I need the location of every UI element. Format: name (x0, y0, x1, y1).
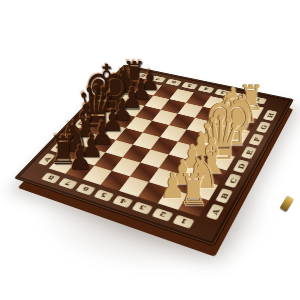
file-label-H: H (265, 112, 275, 118)
file-label-G: G (258, 124, 268, 130)
file-label-C: C (65, 132, 75, 138)
rank-label-6: 6 (170, 80, 178, 85)
rank-label-5: 5 (99, 192, 109, 200)
rank-label-6: 6 (81, 186, 91, 194)
file-label-A: A (209, 208, 221, 216)
file-label-H: H (115, 80, 124, 85)
rank-label-7: 7 (63, 180, 73, 187)
rank-label-1: 1 (178, 217, 188, 226)
rank-label-4: 4 (202, 87, 210, 92)
file-label-F: F (97, 100, 106, 104)
file-label-G: G (106, 89, 115, 94)
file-label-F: F (251, 137, 261, 143)
file-label-E: E (244, 149, 254, 155)
file-label-D: D (236, 163, 247, 170)
file-label-C: C (227, 177, 238, 184)
rank-label-7: 7 (154, 77, 162, 82)
rank-label-2: 2 (236, 94, 244, 99)
file-label-A: A (42, 156, 52, 162)
file-label-E: E (87, 110, 96, 115)
rank-label-8: 8 (139, 74, 146, 79)
file-label-D: D (76, 120, 86, 126)
rank-label-1: 1 (254, 98, 262, 103)
rank-label-3: 3 (137, 204, 147, 212)
file-label-B: B (218, 192, 230, 200)
brass-clasp-icon (280, 195, 295, 212)
chessboard-photo: ABCDEFGH ABCDEFGH 87654321 87654321 ♜♞♝♛… (0, 0, 300, 300)
file-label-B: B (54, 144, 64, 150)
rank-label-3: 3 (219, 90, 227, 95)
rank-label-8: 8 (46, 174, 56, 181)
rank-label-5: 5 (186, 83, 194, 88)
rank-label-2: 2 (157, 210, 167, 218)
rank-label-4: 4 (118, 198, 128, 206)
